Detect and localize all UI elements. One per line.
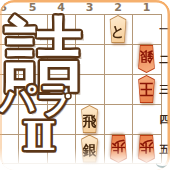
shogi-piece-tokin-2a[interactable]: と bbox=[106, 15, 131, 43]
logo-dot-decoration bbox=[65, 93, 71, 99]
logo-para-shadow: パラ bbox=[0, 82, 75, 123]
rank-label-3: 三 bbox=[159, 82, 170, 96]
logo-para-text: パラ bbox=[0, 79, 73, 120]
file-label-3: 3 bbox=[80, 1, 100, 14]
file-label-5: 5 bbox=[23, 1, 43, 14]
file-label-1: 1 bbox=[137, 1, 157, 14]
piece-kanji: と bbox=[111, 24, 125, 38]
shogi-piece-silver-reversed-1b[interactable]: 銀 bbox=[134, 45, 159, 73]
logo-tsume-text: 詰 bbox=[4, 9, 83, 99]
grid-line-v2 bbox=[132, 14, 133, 163]
corner-arc-decoration bbox=[156, 158, 169, 168]
piece-kanji: 王 bbox=[139, 83, 154, 98]
piece-kanji: 飛 bbox=[83, 114, 97, 128]
shogi-piece-rook-3d[interactable]: 飛 bbox=[77, 105, 102, 133]
piece-kanji: 銀 bbox=[140, 51, 154, 65]
file-label-6: 6 bbox=[0, 1, 13, 14]
rank-label-1: 一 bbox=[159, 22, 170, 36]
bottom-fade bbox=[0, 148, 170, 170]
grid-line-v6 bbox=[18, 14, 19, 163]
rank-label-4: 四 bbox=[159, 112, 170, 126]
app-icon-tsume-para-2: 6 5 4 3 2 1 一 二 三 四 五 と 銀 王 飛 銀 歩 歩 詰 詰 bbox=[0, 0, 170, 170]
file-label-4: 4 bbox=[51, 1, 71, 14]
grid-line-v4 bbox=[75, 14, 76, 163]
grid-line-h1 bbox=[0, 14, 161, 15]
shogi-piece-king-1c[interactable]: 王 bbox=[134, 75, 159, 103]
grid-line-v5 bbox=[47, 14, 48, 163]
rank-label-2: 二 bbox=[159, 52, 170, 66]
file-label-2: 2 bbox=[108, 1, 128, 14]
